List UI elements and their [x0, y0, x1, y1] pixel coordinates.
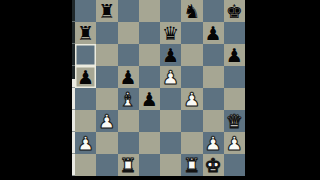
- square-g6[interactable]: [203, 44, 224, 66]
- square-h7[interactable]: [224, 22, 245, 44]
- square-g1[interactable]: ♚: [203, 154, 224, 176]
- square-d2[interactable]: [139, 132, 160, 154]
- black-king[interactable]: ♚: [226, 2, 243, 21]
- black-knight[interactable]: ♞: [183, 2, 200, 21]
- square-h4[interactable]: [224, 88, 245, 110]
- square-e2[interactable]: [160, 132, 181, 154]
- square-d1[interactable]: [139, 154, 160, 176]
- white-pawn[interactable]: ♟: [205, 134, 222, 153]
- square-f1[interactable]: ♜: [181, 154, 202, 176]
- square-c1[interactable]: ♜: [118, 154, 139, 176]
- square-f7[interactable]: [181, 22, 202, 44]
- square-h2[interactable]: ♟: [224, 132, 245, 154]
- black-queen[interactable]: ♛: [162, 24, 179, 43]
- square-g2[interactable]: ♟: [203, 132, 224, 154]
- square-d3[interactable]: [139, 110, 160, 132]
- white-pawn[interactable]: ♟: [183, 90, 200, 109]
- white-rook[interactable]: ♜: [120, 156, 137, 175]
- square-b7[interactable]: [96, 22, 117, 44]
- black-pawn[interactable]: ♟: [77, 68, 94, 87]
- black-rook[interactable]: ♜: [98, 2, 115, 21]
- white-pawn[interactable]: ♟: [162, 68, 179, 87]
- square-h3[interactable]: ♛: [224, 110, 245, 132]
- square-a4[interactable]: [75, 88, 96, 110]
- square-f5[interactable]: [181, 66, 202, 88]
- square-d5[interactable]: [139, 66, 160, 88]
- square-e4[interactable]: [160, 88, 181, 110]
- white-rook[interactable]: ♜: [183, 156, 200, 175]
- square-h1[interactable]: [224, 154, 245, 176]
- square-g8[interactable]: [203, 0, 224, 22]
- square-d6[interactable]: [139, 44, 160, 66]
- square-c5[interactable]: ♟: [118, 66, 139, 88]
- square-e8[interactable]: [160, 0, 181, 22]
- square-e3[interactable]: [160, 110, 181, 132]
- square-c6[interactable]: [118, 44, 139, 66]
- square-a8[interactable]: [75, 0, 96, 22]
- square-c3[interactable]: [118, 110, 139, 132]
- square-c7[interactable]: [118, 22, 139, 44]
- square-h8[interactable]: ♚: [224, 0, 245, 22]
- white-pawn[interactable]: ♟: [226, 134, 243, 153]
- square-g4[interactable]: [203, 88, 224, 110]
- square-f2[interactable]: [181, 132, 202, 154]
- square-e6[interactable]: ♟: [160, 44, 181, 66]
- white-pawn[interactable]: ♟: [98, 112, 115, 131]
- square-e1[interactable]: [160, 154, 181, 176]
- square-g5[interactable]: [203, 66, 224, 88]
- square-d7[interactable]: [139, 22, 160, 44]
- square-a5[interactable]: ♟: [75, 66, 96, 88]
- black-pawn[interactable]: ♟: [120, 68, 137, 87]
- square-a2[interactable]: ♟: [75, 132, 96, 154]
- black-pawn[interactable]: ♟: [162, 46, 179, 65]
- white-queen[interactable]: ♛: [226, 112, 243, 131]
- square-b5[interactable]: [96, 66, 117, 88]
- square-e5[interactable]: ♟: [160, 66, 181, 88]
- square-e7[interactable]: ♛: [160, 22, 181, 44]
- square-f8[interactable]: ♞: [181, 0, 202, 22]
- video-frame: ♜♞♚♜♛♟♟♟♟♟♟♝♟♟♟♛♟♟♟♜♜♚: [0, 0, 320, 180]
- square-a6[interactable]: [75, 44, 96, 66]
- black-pawn[interactable]: ♟: [141, 90, 158, 109]
- square-b8[interactable]: ♜: [96, 0, 117, 22]
- black-pawn[interactable]: ♟: [226, 46, 243, 65]
- square-a1[interactable]: [75, 154, 96, 176]
- square-c8[interactable]: [118, 0, 139, 22]
- square-f6[interactable]: [181, 44, 202, 66]
- square-c2[interactable]: [118, 132, 139, 154]
- square-f4[interactable]: ♟: [181, 88, 202, 110]
- white-king[interactable]: ♚: [205, 156, 222, 175]
- square-d8[interactable]: [139, 0, 160, 22]
- square-g3[interactable]: [203, 110, 224, 132]
- square-h5[interactable]: [224, 66, 245, 88]
- square-a7[interactable]: ♜: [75, 22, 96, 44]
- white-bishop[interactable]: ♝: [120, 90, 137, 109]
- square-c4[interactable]: ♝: [118, 88, 139, 110]
- white-pawn[interactable]: ♟: [77, 134, 94, 153]
- square-b4[interactable]: [96, 88, 117, 110]
- square-b1[interactable]: [96, 154, 117, 176]
- square-b3[interactable]: ♟: [96, 110, 117, 132]
- square-h6[interactable]: ♟: [224, 44, 245, 66]
- square-g7[interactable]: ♟: [203, 22, 224, 44]
- chess-board: ♜♞♚♜♛♟♟♟♟♟♟♝♟♟♟♛♟♟♟♜♜♚: [75, 0, 245, 176]
- square-d4[interactable]: ♟: [139, 88, 160, 110]
- square-f3[interactable]: [181, 110, 202, 132]
- black-pawn[interactable]: ♟: [205, 24, 222, 43]
- square-b6[interactable]: [96, 44, 117, 66]
- square-a3[interactable]: [75, 110, 96, 132]
- black-rook[interactable]: ♜: [77, 24, 94, 43]
- square-b2[interactable]: [96, 132, 117, 154]
